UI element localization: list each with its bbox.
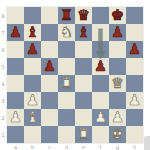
file-label-c: c (41, 144, 58, 150)
square-d5[interactable] (58, 58, 75, 75)
square-e4[interactable] (75, 75, 92, 92)
file-label-h: h (126, 144, 143, 150)
piece-black-pawn-f5[interactable]: ♟ (92, 58, 109, 75)
square-b6[interactable]: ♟ (24, 41, 41, 58)
file-label-a: a (7, 144, 24, 150)
square-c4[interactable] (41, 75, 58, 92)
square-f8[interactable] (92, 7, 109, 24)
piece-white-bishop-b2[interactable]: ♝ (24, 109, 41, 126)
square-d8[interactable]: ♜ (58, 7, 75, 24)
rank-label-5: 5 (0, 64, 6, 70)
page: 87654321 ♜♛♚♟♝♞♝♟♟♟♟♟♜♛♟♟♟♝♟♟♜♚ abcdefgh (0, 0, 150, 150)
square-h1[interactable] (126, 126, 143, 143)
file-label-e: e (75, 144, 92, 150)
square-g7[interactable]: ♟ (109, 24, 126, 41)
piece-white-rook-e1[interactable]: ♜ (75, 126, 92, 143)
square-f2[interactable]: ♟ (92, 109, 109, 126)
piece-black-queen-e8[interactable]: ♛ (75, 7, 92, 24)
square-e3[interactable] (75, 92, 92, 109)
square-g3[interactable] (109, 92, 126, 109)
square-f4[interactable] (92, 75, 109, 92)
square-c7[interactable] (41, 24, 58, 41)
file-label-b: b (24, 144, 41, 150)
piece-white-pawn-h3[interactable]: ♟ (126, 92, 143, 109)
square-a7[interactable]: ♟ (7, 24, 24, 41)
piece-black-pawn-g7[interactable]: ♟ (109, 24, 126, 41)
square-b8[interactable] (24, 7, 41, 24)
piece-black-pawn-b6[interactable]: ♟ (24, 41, 41, 58)
square-g4[interactable]: ♛ (109, 75, 126, 92)
square-h3[interactable]: ♟ (126, 92, 143, 109)
square-d1[interactable] (58, 126, 75, 143)
page-edge-artifact (144, 136, 150, 150)
piece-white-pawn-a2[interactable]: ♟ (7, 109, 24, 126)
square-c1[interactable] (41, 126, 58, 143)
piece-black-bishop-e7[interactable]: ♝ (75, 24, 92, 41)
piece-white-pawn-g2[interactable]: ♟ (109, 109, 126, 126)
square-b7[interactable]: ♝ (24, 24, 41, 41)
rank-labels: 87654321 (0, 7, 7, 143)
piece-black-pawn-c5[interactable]: ♟ (41, 58, 58, 75)
rank-label-6: 6 (0, 47, 6, 53)
file-label-d: d (58, 144, 75, 150)
square-h7[interactable] (126, 24, 143, 41)
piece-black-king-g8[interactable]: ♚ (109, 7, 126, 24)
piece-white-rook-d4[interactable]: ♜ (58, 75, 75, 92)
piece-white-pawn-b3[interactable]: ♟ (24, 92, 41, 109)
rank-label-1: 1 (0, 132, 6, 138)
file-label-g: g (109, 144, 126, 150)
square-h6[interactable]: ♟ (126, 41, 143, 58)
square-f7[interactable] (92, 24, 109, 41)
rank-label-7: 7 (0, 30, 6, 36)
square-h2[interactable] (126, 109, 143, 126)
chessboard-grid: ♜♛♚♟♝♞♝♟♟♟♟♟♜♛♟♟♟♝♟♟♜♚ (7, 7, 143, 143)
square-g1[interactable]: ♚ (109, 126, 126, 143)
square-a4[interactable] (7, 75, 24, 92)
piece-white-king-g1[interactable]: ♚ (109, 126, 126, 143)
square-e1[interactable]: ♜ (75, 126, 92, 143)
square-d2[interactable] (58, 109, 75, 126)
square-b5[interactable] (24, 58, 41, 75)
square-a2[interactable]: ♟ (7, 109, 24, 126)
square-b1[interactable] (24, 126, 41, 143)
square-c6[interactable] (41, 41, 58, 58)
square-e2[interactable] (75, 109, 92, 126)
square-c3[interactable] (41, 92, 58, 109)
rank-label-3: 3 (0, 98, 6, 104)
square-c8[interactable] (41, 7, 58, 24)
square-f6[interactable] (92, 41, 109, 58)
square-g6[interactable] (109, 41, 126, 58)
piece-black-rook-d8[interactable]: ♜ (58, 7, 75, 24)
square-d4[interactable]: ♜ (58, 75, 75, 92)
rank-label-4: 4 (0, 81, 6, 87)
rank-label-8: 8 (0, 13, 6, 19)
rank-label-2: 2 (0, 115, 6, 121)
square-a1[interactable] (7, 126, 24, 143)
square-f5[interactable]: ♟ (92, 58, 109, 75)
square-d6[interactable] (58, 41, 75, 58)
piece-white-queen-g4[interactable]: ♛ (109, 75, 126, 92)
square-h5[interactable] (126, 58, 143, 75)
square-a8[interactable] (7, 7, 24, 24)
square-h4[interactable] (126, 75, 143, 92)
square-b3[interactable]: ♟ (24, 92, 41, 109)
square-a6[interactable] (7, 41, 24, 58)
square-c2[interactable] (41, 109, 58, 126)
square-a3[interactable] (7, 92, 24, 109)
square-c5[interactable]: ♟ (41, 58, 58, 75)
square-e6[interactable] (75, 41, 92, 58)
square-g2[interactable]: ♟ (109, 109, 126, 126)
square-b4[interactable] (24, 75, 41, 92)
square-b2[interactable]: ♝ (24, 109, 41, 126)
file-labels: abcdefgh (7, 143, 143, 150)
chessboard: ♜♛♚♟♝♞♝♟♟♟♟♟♜♛♟♟♟♝♟♟♜♚ (7, 7, 143, 143)
file-label-f: f (92, 144, 109, 150)
square-d3[interactable] (58, 92, 75, 109)
square-d7[interactable]: ♞ (58, 24, 75, 41)
square-h8[interactable] (126, 7, 143, 24)
square-f1[interactable] (92, 126, 109, 143)
square-e5[interactable] (75, 58, 92, 75)
piece-white-knight-d7[interactable]: ♞ (58, 24, 75, 41)
piece-black-pawn-h6[interactable]: ♟ (126, 41, 143, 58)
square-g5[interactable] (109, 58, 126, 75)
square-e8[interactable]: ♛ (75, 7, 92, 24)
piece-black-pawn-a7[interactable]: ♟ (7, 24, 24, 41)
square-e7[interactable]: ♝ (75, 24, 92, 41)
piece-white-pawn-f2[interactable]: ♟ (92, 109, 109, 126)
piece-black-bishop-b7[interactable]: ♝ (24, 24, 41, 41)
square-a5[interactable] (7, 58, 24, 75)
square-g8[interactable]: ♚ (109, 7, 126, 24)
square-f3[interactable] (92, 92, 109, 109)
